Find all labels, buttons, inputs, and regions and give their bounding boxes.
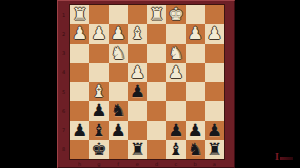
square-a5[interactable] bbox=[205, 82, 224, 101]
black-pawn[interactable]: ♟ bbox=[207, 121, 222, 138]
square-h7[interactable]: ♟ bbox=[70, 121, 89, 140]
rank-label-5: 5 bbox=[57, 82, 70, 101]
white-pawn[interactable]: ♟ bbox=[168, 63, 183, 80]
white-pawn[interactable]: ♟ bbox=[91, 25, 106, 42]
white-bishop[interactable]: ♝ bbox=[91, 83, 106, 100]
square-c2[interactable] bbox=[166, 24, 185, 43]
white-pawn[interactable]: ♟ bbox=[130, 63, 145, 80]
square-g7[interactable]: ♝ bbox=[89, 121, 108, 140]
white-knight[interactable]: ♞ bbox=[111, 44, 126, 61]
square-b4[interactable] bbox=[186, 63, 205, 82]
square-h8[interactable] bbox=[70, 140, 89, 159]
black-pawn[interactable]: ♟ bbox=[130, 83, 145, 100]
square-c1[interactable]: ♚ bbox=[166, 5, 185, 24]
square-a2[interactable]: ♟ bbox=[205, 24, 224, 43]
square-d6[interactable] bbox=[147, 101, 166, 120]
square-h2[interactable]: ♟ bbox=[70, 24, 89, 43]
square-f2[interactable]: ♟ bbox=[109, 24, 128, 43]
file-label-b: b bbox=[186, 159, 205, 168]
square-d2[interactable] bbox=[147, 24, 166, 43]
square-g8[interactable]: ♚ bbox=[89, 140, 108, 159]
square-b3[interactable] bbox=[186, 44, 205, 63]
white-pawn[interactable]: ♟ bbox=[72, 25, 87, 42]
square-f7[interactable]: ♟ bbox=[109, 121, 128, 140]
square-c6[interactable] bbox=[166, 101, 185, 120]
square-e6[interactable] bbox=[128, 101, 147, 120]
square-f6[interactable]: ♞ bbox=[109, 101, 128, 120]
square-b8[interactable]: ♞ bbox=[186, 140, 205, 159]
square-a6[interactable] bbox=[205, 101, 224, 120]
square-d5[interactable] bbox=[147, 82, 166, 101]
rank-label-1: 1 bbox=[57, 5, 70, 24]
square-b5[interactable] bbox=[186, 82, 205, 101]
square-c8[interactable]: ♝ bbox=[166, 140, 185, 159]
watermark-glyph: I bbox=[275, 152, 279, 162]
square-e2[interactable]: ♝ bbox=[128, 24, 147, 43]
square-f3[interactable]: ♞ bbox=[109, 44, 128, 63]
black-knight[interactable]: ♞ bbox=[188, 140, 203, 157]
square-e7[interactable] bbox=[128, 121, 147, 140]
square-b7[interactable]: ♟ bbox=[186, 121, 205, 140]
square-h6[interactable] bbox=[70, 101, 89, 120]
square-b6[interactable] bbox=[186, 101, 205, 120]
rank-label-6: 6 bbox=[57, 101, 70, 120]
square-g1[interactable] bbox=[89, 5, 108, 24]
file-label-f: f bbox=[109, 159, 128, 168]
square-a8[interactable]: ♜ bbox=[205, 140, 224, 159]
board-frame: 12345678 hgfedcba ♜♜♚♟♟♟♝♟♟♞♞♟♟♝♟♟♞♟♝♟♟♟… bbox=[57, 0, 235, 168]
rank-label-2: 2 bbox=[57, 24, 70, 43]
square-e3[interactable] bbox=[128, 44, 147, 63]
square-f1[interactable] bbox=[109, 5, 128, 24]
rank-label-4: 4 bbox=[57, 63, 70, 82]
square-c3[interactable]: ♞ bbox=[166, 44, 185, 63]
square-b1[interactable] bbox=[186, 5, 205, 24]
black-pawn[interactable]: ♟ bbox=[72, 121, 87, 138]
square-a3[interactable] bbox=[205, 44, 224, 63]
file-label-d: d bbox=[147, 159, 166, 168]
screenshot-stage: 12345678 hgfedcba ♜♜♚♟♟♟♝♟♟♞♞♟♟♝♟♟♞♟♝♟♟♟… bbox=[0, 0, 300, 168]
square-d7[interactable] bbox=[147, 121, 166, 140]
white-pawn[interactable]: ♟ bbox=[111, 25, 126, 42]
square-e8[interactable]: ♜ bbox=[128, 140, 147, 159]
white-rook[interactable]: ♜ bbox=[72, 6, 87, 23]
square-d8[interactable] bbox=[147, 140, 166, 159]
square-e4[interactable]: ♟ bbox=[128, 63, 147, 82]
watermark-logo: I bbox=[275, 150, 293, 163]
square-f8[interactable] bbox=[109, 140, 128, 159]
square-h4[interactable] bbox=[70, 63, 89, 82]
square-b2[interactable]: ♟ bbox=[186, 24, 205, 43]
square-h1[interactable]: ♜ bbox=[70, 5, 89, 24]
square-h5[interactable] bbox=[70, 82, 89, 101]
black-bishop[interactable]: ♝ bbox=[91, 121, 106, 138]
square-g4[interactable] bbox=[89, 63, 108, 82]
file-label-e: e bbox=[128, 159, 147, 168]
rank-label-8: 8 bbox=[57, 140, 70, 159]
square-a4[interactable] bbox=[205, 63, 224, 82]
square-g3[interactable] bbox=[89, 44, 108, 63]
square-c4[interactable]: ♟ bbox=[166, 63, 185, 82]
black-bishop[interactable]: ♝ bbox=[168, 140, 183, 157]
file-labels: hgfedcba bbox=[70, 159, 224, 168]
rank-label-3: 3 bbox=[57, 44, 70, 63]
black-pawn[interactable]: ♟ bbox=[188, 121, 203, 138]
black-pawn[interactable]: ♟ bbox=[91, 102, 106, 119]
square-a7[interactable]: ♟ bbox=[205, 121, 224, 140]
square-d3[interactable] bbox=[147, 44, 166, 63]
square-g6[interactable]: ♟ bbox=[89, 101, 108, 120]
white-king[interactable]: ♚ bbox=[168, 6, 183, 23]
square-a1[interactable] bbox=[205, 5, 224, 24]
square-g5[interactable]: ♝ bbox=[89, 82, 108, 101]
square-e1[interactable] bbox=[128, 5, 147, 24]
watermark-text-marks bbox=[280, 157, 293, 160]
black-rook[interactable]: ♜ bbox=[130, 140, 145, 157]
white-knight[interactable]: ♞ bbox=[168, 44, 183, 61]
black-pawn[interactable]: ♟ bbox=[168, 121, 183, 138]
square-c7[interactable]: ♟ bbox=[166, 121, 185, 140]
chessboard: ♜♜♚♟♟♟♝♟♟♞♞♟♟♝♟♟♞♟♝♟♟♟♟♚♜♝♞♜ bbox=[70, 5, 224, 159]
white-rook[interactable]: ♜ bbox=[149, 6, 164, 23]
square-h3[interactable] bbox=[70, 44, 89, 63]
black-pawn[interactable]: ♟ bbox=[111, 121, 126, 138]
file-label-g: g bbox=[89, 159, 108, 168]
file-label-c: c bbox=[166, 159, 185, 168]
square-f5[interactable] bbox=[109, 82, 128, 101]
square-f4[interactable] bbox=[109, 63, 128, 82]
white-pawn[interactable]: ♟ bbox=[188, 25, 203, 42]
square-g2[interactable]: ♟ bbox=[89, 24, 108, 43]
rank-labels: 12345678 bbox=[57, 5, 70, 159]
rank-label-7: 7 bbox=[57, 121, 70, 140]
white-bishop[interactable]: ♝ bbox=[130, 25, 145, 42]
black-rook[interactable]: ♜ bbox=[207, 140, 222, 157]
square-d4[interactable] bbox=[147, 63, 166, 82]
square-d1[interactable]: ♜ bbox=[147, 5, 166, 24]
square-e5[interactable]: ♟ bbox=[128, 82, 147, 101]
square-c5[interactable] bbox=[166, 82, 185, 101]
file-label-a: a bbox=[205, 159, 224, 168]
file-label-h: h bbox=[70, 159, 89, 168]
white-pawn[interactable]: ♟ bbox=[207, 25, 222, 42]
black-knight[interactable]: ♞ bbox=[111, 102, 126, 119]
black-king[interactable]: ♚ bbox=[91, 140, 106, 157]
